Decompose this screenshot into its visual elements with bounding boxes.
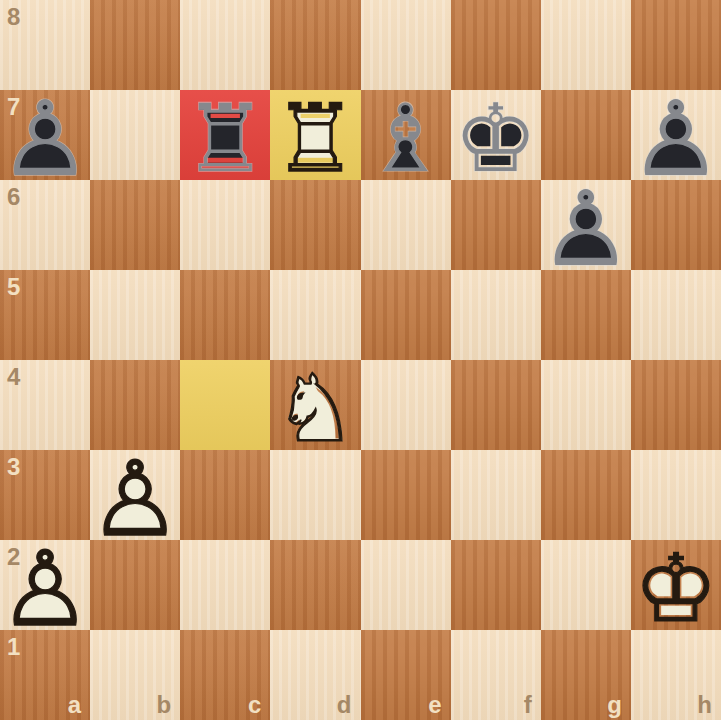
square-g3[interactable]: [541, 450, 631, 540]
square-b1[interactable]: b: [90, 630, 180, 720]
square-d3[interactable]: [270, 450, 360, 540]
rank-label-3: 3: [7, 455, 20, 479]
square-h2[interactable]: ♚♔: [631, 540, 721, 630]
square-b3[interactable]: ♟♙: [90, 450, 180, 540]
square-h8[interactable]: [631, 0, 721, 90]
piece-white-pawn-a2[interactable]: ♟♙: [0, 540, 90, 630]
square-f7[interactable]: ♚♔: [451, 90, 541, 180]
rank-label-5: 5: [7, 275, 20, 299]
square-h4[interactable]: [631, 360, 721, 450]
black-bishop-outline: ♗: [361, 94, 451, 184]
white-rook-outline: ♖: [270, 94, 360, 184]
piece-white-king-h2[interactable]: ♚♔: [631, 540, 721, 630]
file-label-g: g: [607, 693, 622, 717]
square-a5[interactable]: 5: [0, 270, 90, 360]
black-pawn-outline: ♙: [631, 94, 721, 184]
square-e5[interactable]: [361, 270, 451, 360]
file-label-c: c: [248, 693, 261, 717]
piece-black-bishop-e7[interactable]: ♝♗: [361, 90, 451, 180]
rank-label-4: 4: [7, 365, 20, 389]
square-g7[interactable]: [541, 90, 631, 180]
square-b5[interactable]: [90, 270, 180, 360]
square-d5[interactable]: [270, 270, 360, 360]
square-f5[interactable]: [451, 270, 541, 360]
square-e4[interactable]: [361, 360, 451, 450]
square-c4[interactable]: [180, 360, 270, 450]
square-f4[interactable]: [451, 360, 541, 450]
square-f3[interactable]: [451, 450, 541, 540]
square-f1[interactable]: f: [451, 630, 541, 720]
square-c5[interactable]: [180, 270, 270, 360]
file-label-a: a: [68, 693, 81, 717]
rank-label-8: 8: [7, 5, 20, 29]
piece-black-king-f7[interactable]: ♚♔: [451, 90, 541, 180]
square-a7[interactable]: 7♟♙: [0, 90, 90, 180]
square-d1[interactable]: d: [270, 630, 360, 720]
square-e7[interactable]: ♝♗: [361, 90, 451, 180]
square-a4[interactable]: 4: [0, 360, 90, 450]
square-d7[interactable]: ♜♖: [270, 90, 360, 180]
square-c8[interactable]: [180, 0, 270, 90]
square-b8[interactable]: [90, 0, 180, 90]
black-pawn-outline: ♙: [0, 94, 90, 184]
file-label-d: d: [337, 693, 352, 717]
square-d6[interactable]: [270, 180, 360, 270]
square-e1[interactable]: e: [361, 630, 451, 720]
square-d4[interactable]: ♞♘: [270, 360, 360, 450]
file-label-f: f: [524, 693, 532, 717]
chess-board: 87♟♙♜♖♜♖♝♗♚♔♟♙6♟♙54♞♘3♟♙2♟♙♚♔1abcdefgh: [0, 0, 721, 720]
black-king-outline: ♔: [451, 94, 541, 184]
square-c3[interactable]: [180, 450, 270, 540]
square-h7[interactable]: ♟♙: [631, 90, 721, 180]
square-f8[interactable]: [451, 0, 541, 90]
file-label-h: h: [697, 693, 712, 717]
black-pawn-outline: ♙: [541, 184, 631, 274]
square-c7[interactable]: ♜♖: [180, 90, 270, 180]
piece-black-rook-c7[interactable]: ♜♖: [180, 90, 270, 180]
file-label-b: b: [157, 693, 172, 717]
square-c6[interactable]: [180, 180, 270, 270]
square-c1[interactable]: c: [180, 630, 270, 720]
square-c2[interactable]: [180, 540, 270, 630]
square-e6[interactable]: [361, 180, 451, 270]
black-rook-outline: ♖: [180, 94, 270, 184]
square-f6[interactable]: [451, 180, 541, 270]
square-g6[interactable]: ♟♙: [541, 180, 631, 270]
piece-white-rook-d7[interactable]: ♜♖: [270, 90, 360, 180]
square-f2[interactable]: [451, 540, 541, 630]
piece-black-pawn-h7[interactable]: ♟♙: [631, 90, 721, 180]
square-h3[interactable]: [631, 450, 721, 540]
piece-white-knight-d4[interactable]: ♞♘: [270, 360, 360, 450]
white-pawn-outline: ♙: [0, 544, 90, 634]
square-h5[interactable]: [631, 270, 721, 360]
white-king-outline: ♔: [631, 544, 721, 634]
white-pawn-outline: ♙: [90, 454, 180, 544]
square-a8[interactable]: 8: [0, 0, 90, 90]
square-g2[interactable]: [541, 540, 631, 630]
square-g1[interactable]: g: [541, 630, 631, 720]
white-knight-outline: ♘: [270, 364, 360, 454]
square-e3[interactable]: [361, 450, 451, 540]
square-d2[interactable]: [270, 540, 360, 630]
square-a2[interactable]: 2♟♙: [0, 540, 90, 630]
square-g8[interactable]: [541, 0, 631, 90]
file-label-e: e: [428, 693, 441, 717]
square-b6[interactable]: [90, 180, 180, 270]
piece-white-pawn-b3[interactable]: ♟♙: [90, 450, 180, 540]
square-b4[interactable]: [90, 360, 180, 450]
piece-black-pawn-a7[interactable]: ♟♙: [0, 90, 90, 180]
piece-black-pawn-g6[interactable]: ♟♙: [541, 180, 631, 270]
square-h1[interactable]: h: [631, 630, 721, 720]
square-a3[interactable]: 3: [0, 450, 90, 540]
square-e8[interactable]: [361, 0, 451, 90]
square-g4[interactable]: [541, 360, 631, 450]
square-b7[interactable]: [90, 90, 180, 180]
square-e2[interactable]: [361, 540, 451, 630]
square-d8[interactable]: [270, 0, 360, 90]
